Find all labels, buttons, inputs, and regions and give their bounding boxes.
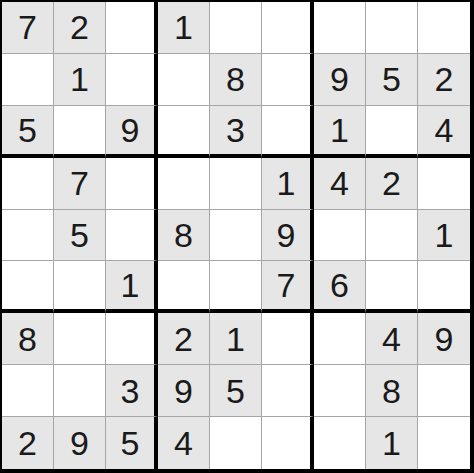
cell-r3c4[interactable] [158,106,210,158]
cell-r8c6[interactable] [262,365,314,417]
cell-r8c2[interactable] [54,365,106,417]
cell-r9c5[interactable] [210,417,262,469]
cell-r8c9[interactable] [418,365,470,417]
cell-r2c6[interactable] [262,54,314,106]
cell-r4c9[interactable] [418,158,470,210]
cell-r2c1[interactable] [2,54,54,106]
cell-r8c7[interactable] [314,365,366,417]
cell-r6c6[interactable]: 7 [262,261,314,313]
cell-r7c1[interactable]: 8 [2,313,54,365]
cell-r9c2[interactable]: 9 [54,417,106,469]
cell-r6c7[interactable]: 6 [314,261,366,313]
cell-r7c7[interactable] [314,313,366,365]
cell-r8c3[interactable]: 3 [106,365,158,417]
cell-r5c9[interactable]: 1 [418,210,470,262]
cell-r4c4[interactable] [158,158,210,210]
cell-r1c8[interactable] [366,2,418,54]
cell-r5c4[interactable]: 8 [158,210,210,262]
sudoku-page: 72118952593147142589117682149395829541 [0,0,474,473]
cell-r8c5[interactable]: 5 [210,365,262,417]
cell-r7c6[interactable] [262,313,314,365]
cell-r1c3[interactable] [106,2,158,54]
cell-r6c9[interactable] [418,261,470,313]
cell-r2c9[interactable]: 2 [418,54,470,106]
cell-r6c8[interactable] [366,261,418,313]
cell-r9c7[interactable] [314,417,366,469]
cell-r4c7[interactable]: 4 [314,158,366,210]
cell-r4c1[interactable] [2,158,54,210]
cell-r3c3[interactable]: 9 [106,106,158,158]
cell-r3c2[interactable] [54,106,106,158]
cell-r3c9[interactable]: 4 [418,106,470,158]
cell-r9c3[interactable]: 5 [106,417,158,469]
cell-r5c7[interactable] [314,210,366,262]
cell-r6c4[interactable] [158,261,210,313]
cell-r6c2[interactable] [54,261,106,313]
cell-r7c8[interactable]: 4 [366,313,418,365]
cell-r2c5[interactable]: 8 [210,54,262,106]
cell-r2c7[interactable]: 9 [314,54,366,106]
cell-r4c8[interactable]: 2 [366,158,418,210]
cell-r1c4[interactable]: 1 [158,2,210,54]
cell-r7c4[interactable]: 2 [158,313,210,365]
cell-r7c3[interactable] [106,313,158,365]
cell-r9c9[interactable] [418,417,470,469]
cell-r6c1[interactable] [2,261,54,313]
sudoku-board: 72118952593147142589117682149395829541 [0,0,474,473]
cell-r2c3[interactable] [106,54,158,106]
cell-r9c8[interactable]: 1 [366,417,418,469]
cell-r4c2[interactable]: 7 [54,158,106,210]
cell-r1c2[interactable]: 2 [54,2,106,54]
cell-r9c4[interactable]: 4 [158,417,210,469]
cell-r3c1[interactable]: 5 [2,106,54,158]
cell-r2c4[interactable] [158,54,210,106]
cell-r7c5[interactable]: 1 [210,313,262,365]
cell-r7c9[interactable]: 9 [418,313,470,365]
cell-r8c4[interactable]: 9 [158,365,210,417]
cell-r6c5[interactable] [210,261,262,313]
cell-r3c7[interactable]: 1 [314,106,366,158]
cell-r2c8[interactable]: 5 [366,54,418,106]
cell-r6c3[interactable]: 1 [106,261,158,313]
cell-r5c6[interactable]: 9 [262,210,314,262]
cell-r1c6[interactable] [262,2,314,54]
cell-r8c1[interactable] [2,365,54,417]
cell-r3c8[interactable] [366,106,418,158]
cell-r5c2[interactable]: 5 [54,210,106,262]
cell-r3c5[interactable]: 3 [210,106,262,158]
cell-r1c9[interactable] [418,2,470,54]
cell-r9c1[interactable]: 2 [2,417,54,469]
cell-r1c5[interactable] [210,2,262,54]
cell-r4c5[interactable] [210,158,262,210]
cell-r5c1[interactable] [2,210,54,262]
cell-r3c6[interactable] [262,106,314,158]
cell-r4c3[interactable] [106,158,158,210]
cell-r8c8[interactable]: 8 [366,365,418,417]
cell-r9c6[interactable] [262,417,314,469]
cell-r7c2[interactable] [54,313,106,365]
cell-r5c8[interactable] [366,210,418,262]
cell-r5c5[interactable] [210,210,262,262]
cell-r1c1[interactable]: 7 [2,2,54,54]
cell-r4c6[interactable]: 1 [262,158,314,210]
cell-r5c3[interactable] [106,210,158,262]
cell-r1c7[interactable] [314,2,366,54]
cell-r2c2[interactable]: 1 [54,54,106,106]
